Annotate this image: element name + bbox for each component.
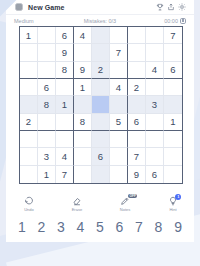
numpad-key-9[interactable]: 9	[172, 219, 184, 235]
header: New Game	[6, 0, 194, 15]
cell-r4c5[interactable]	[92, 79, 110, 96]
cell-r9c7[interactable]: 9	[128, 166, 146, 183]
cell-r5c5[interactable]	[92, 96, 110, 113]
cell-r3c9[interactable]: 6	[164, 62, 182, 79]
cell-r2c7[interactable]	[128, 44, 146, 61]
cell-r1c3[interactable]: 6	[56, 27, 74, 44]
cell-r7c2[interactable]	[38, 131, 56, 148]
pause-button[interactable]	[180, 18, 186, 24]
cell-r7c4[interactable]	[74, 131, 92, 148]
board-icon[interactable]	[13, 2, 24, 13]
cell-r4c6[interactable]: 4	[110, 79, 128, 96]
cell-r1c2[interactable]	[38, 27, 56, 44]
cell-r3c4[interactable]: 9	[74, 62, 92, 79]
numpad-key-3[interactable]: 3	[55, 219, 67, 235]
page-title: New Game	[28, 4, 65, 11]
cell-r2c1[interactable]	[20, 44, 38, 61]
undo-label: Undo	[24, 207, 34, 212]
cell-r6c1[interactable]: 2	[20, 114, 38, 131]
cell-r1c1[interactable]: 1	[20, 27, 38, 44]
undo-button[interactable]: Undo	[24, 196, 34, 212]
cell-r2c5[interactable]	[92, 44, 110, 61]
cell-r3c1[interactable]	[20, 62, 38, 79]
cell-r6c9[interactable]: 1	[164, 114, 182, 131]
cell-r6c6[interactable]: 5	[110, 114, 128, 131]
cell-r1c7[interactable]	[128, 27, 146, 44]
cell-r6c8[interactable]	[146, 114, 164, 131]
toolbar: Undo Erase Notes OFF Hint 1	[24, 196, 178, 216]
cell-r8c9[interactable]	[164, 148, 182, 165]
cell-r2c6[interactable]: 7	[110, 44, 128, 61]
status-bar: Medium Mistakes: 0/3 00:00	[6, 15, 194, 26]
cell-r5c7[interactable]	[128, 96, 146, 113]
cell-r7c1[interactable]	[20, 131, 38, 148]
cell-r9c1[interactable]	[20, 166, 38, 183]
cell-r5c8[interactable]: 3	[146, 96, 164, 113]
cell-r4c2[interactable]: 6	[38, 79, 56, 96]
cell-r2c2[interactable]	[38, 44, 56, 61]
cell-r6c3[interactable]	[56, 114, 74, 131]
cell-r5c1[interactable]	[20, 96, 38, 113]
cell-r3c8[interactable]: 4	[146, 62, 164, 79]
notes-off-badge: OFF	[128, 194, 137, 198]
cell-r3c7[interactable]	[128, 62, 146, 79]
cell-r9c8[interactable]: 6	[146, 166, 164, 183]
cell-r3c6[interactable]	[110, 62, 128, 79]
cell-r9c9[interactable]	[164, 166, 182, 183]
number-pad: 1 2 3 4 5 6 7 8 9	[16, 216, 184, 238]
cell-r7c6[interactable]	[110, 131, 128, 148]
cell-r7c5[interactable]	[92, 131, 110, 148]
cell-r7c8[interactable]	[146, 131, 164, 148]
cell-r2c4[interactable]	[74, 44, 92, 61]
settings-icon[interactable]	[176, 2, 187, 13]
cell-r4c9[interactable]	[164, 79, 182, 96]
cell-r1c5[interactable]	[92, 27, 110, 44]
cell-r6c5[interactable]	[92, 114, 110, 131]
timer-label: 00:00	[164, 18, 178, 24]
cell-r8c8[interactable]	[146, 148, 164, 165]
cell-r9c2[interactable]: 1	[38, 166, 56, 183]
cell-r3c2[interactable]	[38, 62, 56, 79]
difficulty-label: Medium	[14, 18, 71, 24]
cell-r1c6[interactable]	[110, 27, 128, 44]
cell-r3c5[interactable]: 2	[92, 62, 110, 79]
cell-r2c8[interactable]	[146, 44, 164, 61]
cell-r4c4[interactable]: 1	[74, 79, 92, 96]
cell-r8c3[interactable]: 4	[56, 148, 74, 165]
cell-r9c3[interactable]: 7	[56, 166, 74, 183]
cell-r5c2[interactable]: 8	[38, 96, 56, 113]
cell-r6c7[interactable]: 6	[128, 114, 146, 131]
cell-r9c4[interactable]	[74, 166, 92, 183]
cell-r1c4[interactable]: 4	[74, 27, 92, 44]
cell-r4c8[interactable]	[146, 79, 164, 96]
sudoku-board: 1647978924661428132856134671796	[19, 26, 183, 184]
numpad-key-8[interactable]: 8	[153, 219, 165, 235]
trophy-icon[interactable]	[154, 2, 165, 13]
numpad-key-7[interactable]: 7	[133, 219, 145, 235]
cell-r4c1[interactable]	[20, 79, 38, 96]
numpad-key-4[interactable]: 4	[75, 219, 87, 235]
cell-r5c9[interactable]	[164, 96, 182, 113]
cell-r7c9[interactable]	[164, 131, 182, 148]
mistakes-label: Mistakes: 0/3	[71, 18, 128, 24]
cell-r5c3[interactable]: 1	[56, 96, 74, 113]
erase-button[interactable]: Erase	[72, 196, 82, 212]
erase-label: Erase	[72, 207, 82, 212]
notes-label: Notes	[120, 207, 130, 212]
numpad-key-2[interactable]: 2	[36, 219, 48, 235]
hint-button[interactable]: Hint 1	[168, 196, 178, 212]
cell-r5c4[interactable]	[74, 96, 92, 113]
cell-r4c7[interactable]: 2	[128, 79, 146, 96]
cell-r2c3[interactable]: 9	[56, 44, 74, 61]
cell-r2c9[interactable]	[164, 44, 182, 61]
notes-button[interactable]: Notes OFF	[120, 196, 130, 212]
cell-r8c1[interactable]	[20, 148, 38, 165]
cell-r1c9[interactable]: 7	[164, 27, 182, 44]
cell-r9c6[interactable]	[110, 166, 128, 183]
cell-r6c4[interactable]: 8	[74, 114, 92, 131]
cell-r6c2[interactable]	[38, 114, 56, 131]
cell-r4c3[interactable]	[56, 79, 74, 96]
cell-r7c3[interactable]	[56, 131, 74, 148]
cell-r7c7[interactable]	[128, 131, 146, 148]
cell-r5c6[interactable]	[110, 96, 128, 113]
cell-r9c5[interactable]	[92, 166, 110, 183]
cell-r8c2[interactable]: 3	[38, 148, 56, 165]
share-icon[interactable]	[165, 2, 176, 13]
numpad-key-5[interactable]: 5	[94, 219, 106, 235]
cell-r1c8[interactable]	[146, 27, 164, 44]
cell-r8c7[interactable]: 7	[128, 148, 146, 165]
numpad-key-1[interactable]: 1	[16, 219, 28, 235]
cell-r8c5[interactable]: 6	[92, 148, 110, 165]
cell-r8c4[interactable]	[74, 148, 92, 165]
numpad-key-6[interactable]: 6	[114, 219, 126, 235]
cell-r8c6[interactable]	[110, 148, 128, 165]
hint-label: Hint	[169, 207, 176, 212]
cell-r3c3[interactable]: 8	[56, 62, 74, 79]
